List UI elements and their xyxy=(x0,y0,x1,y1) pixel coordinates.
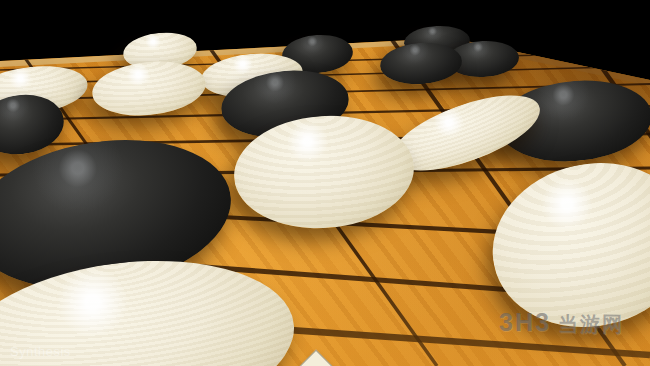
go-3d-scene: Synthesis 3H3 当游网 xyxy=(0,0,650,366)
demo-title: Synthesis xyxy=(10,344,71,359)
watermark-site-name: 当游网 xyxy=(558,311,624,338)
watermark-logo: 3H3 xyxy=(499,308,551,337)
site-watermark: 3H3 当游网 xyxy=(499,308,624,338)
